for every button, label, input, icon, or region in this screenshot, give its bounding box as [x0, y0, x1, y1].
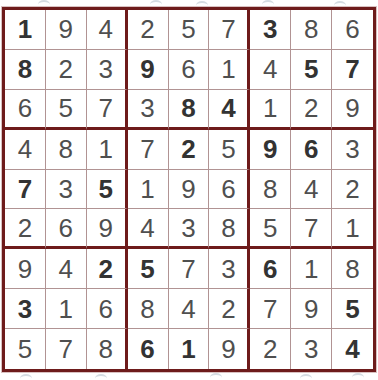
- doodle-mark: [20, 374, 32, 380]
- doodle-mark: [352, 373, 364, 380]
- cell-r6c1[interactable]: 2: [5, 209, 46, 249]
- cell-r9c1[interactable]: 5: [5, 329, 46, 369]
- cell-r6c5[interactable]: 3: [169, 209, 210, 249]
- cell-r4c8[interactable]: 6: [291, 130, 332, 170]
- cell-r7c1[interactable]: 9: [5, 249, 46, 289]
- cell-r8c6[interactable]: 2: [209, 289, 250, 329]
- cell-r9c3[interactable]: 8: [87, 329, 128, 369]
- cell-r8c7[interactable]: 7: [250, 289, 291, 329]
- cell-r4c3[interactable]: 1: [87, 130, 128, 170]
- doodle-mark: [210, 373, 222, 380]
- cell-r1c2[interactable]: 9: [46, 10, 87, 50]
- doodle-mark: [95, 374, 107, 380]
- cell-r2c2[interactable]: 2: [46, 50, 87, 90]
- cell-r3c3[interactable]: 7: [87, 90, 128, 130]
- cell-r3c8[interactable]: 2: [291, 90, 332, 130]
- cell-r5c8[interactable]: 4: [291, 170, 332, 210]
- cell-r5c4[interactable]: 1: [128, 170, 169, 210]
- cell-r4c2[interactable]: 8: [46, 130, 87, 170]
- cell-r7c7[interactable]: 6: [250, 249, 291, 289]
- cell-r1c5[interactable]: 5: [169, 10, 210, 50]
- cell-r1c4[interactable]: 2: [128, 10, 169, 50]
- doodle-mark: [300, 374, 312, 380]
- cell-r8c8[interactable]: 9: [291, 289, 332, 329]
- cell-r4c4[interactable]: 7: [128, 130, 169, 170]
- cell-r5c7[interactable]: 8: [250, 170, 291, 210]
- cell-r6c9[interactable]: 1: [332, 209, 373, 249]
- cell-r6c2[interactable]: 6: [46, 209, 87, 249]
- cell-r4c9[interactable]: 3: [332, 130, 373, 170]
- cell-r3c7[interactable]: 1: [250, 90, 291, 130]
- cell-r1c3[interactable]: 4: [87, 10, 128, 50]
- cell-r1c8[interactable]: 8: [291, 10, 332, 50]
- cell-r8c9[interactable]: 5: [332, 289, 373, 329]
- cell-r9c4[interactable]: 6: [128, 329, 169, 369]
- cell-r6c3[interactable]: 9: [87, 209, 128, 249]
- cell-r2c7[interactable]: 4: [250, 50, 291, 90]
- cell-r6c7[interactable]: 5: [250, 209, 291, 249]
- cell-r4c5[interactable]: 2: [169, 130, 210, 170]
- cell-r3c5[interactable]: 8: [169, 90, 210, 130]
- cell-r9c5[interactable]: 1: [169, 329, 210, 369]
- cell-r1c1[interactable]: 1: [5, 10, 46, 50]
- cell-r4c6[interactable]: 5: [209, 130, 250, 170]
- cell-r5c6[interactable]: 6: [209, 170, 250, 210]
- cell-r7c8[interactable]: 1: [291, 249, 332, 289]
- cell-r5c9[interactable]: 2: [332, 170, 373, 210]
- cell-r5c1[interactable]: 7: [5, 170, 46, 210]
- cell-r7c9[interactable]: 8: [332, 249, 373, 289]
- cell-r8c2[interactable]: 1: [46, 289, 87, 329]
- cell-r3c4[interactable]: 3: [128, 90, 169, 130]
- cell-r5c3[interactable]: 5: [87, 170, 128, 210]
- cell-r8c4[interactable]: 8: [128, 289, 169, 329]
- cell-r4c7[interactable]: 9: [250, 130, 291, 170]
- cell-r3c2[interactable]: 5: [46, 90, 87, 130]
- cell-r9c8[interactable]: 3: [291, 329, 332, 369]
- cell-r9c6[interactable]: 9: [209, 329, 250, 369]
- cell-r5c2[interactable]: 3: [46, 170, 87, 210]
- cell-r3c6[interactable]: 4: [209, 90, 250, 130]
- cell-r3c9[interactable]: 9: [332, 90, 373, 130]
- cell-r1c9[interactable]: 6: [332, 10, 373, 50]
- cell-r9c2[interactable]: 7: [46, 329, 87, 369]
- cell-r7c5[interactable]: 7: [169, 249, 210, 289]
- cell-r8c3[interactable]: 6: [87, 289, 128, 329]
- cell-r5c5[interactable]: 9: [169, 170, 210, 210]
- cell-r7c2[interactable]: 4: [46, 249, 87, 289]
- cell-r7c4[interactable]: 5: [128, 249, 169, 289]
- cell-r7c3[interactable]: 2: [87, 249, 128, 289]
- cell-r2c5[interactable]: 6: [169, 50, 210, 90]
- cell-r6c8[interactable]: 7: [291, 209, 332, 249]
- cell-r2c6[interactable]: 1: [209, 50, 250, 90]
- cell-r6c4[interactable]: 4: [128, 209, 169, 249]
- cell-r2c4[interactable]: 9: [128, 50, 169, 90]
- cell-r2c1[interactable]: 8: [5, 50, 46, 90]
- cell-r8c5[interactable]: 4: [169, 289, 210, 329]
- cell-r1c7[interactable]: 3: [250, 10, 291, 50]
- sudoku-board: 1942573868239614576573841294817259637351…: [2, 7, 376, 372]
- cell-r7c6[interactable]: 3: [209, 249, 250, 289]
- cell-r9c9[interactable]: 4: [332, 329, 373, 369]
- cell-r9c7[interactable]: 2: [250, 329, 291, 369]
- cell-r2c9[interactable]: 7: [332, 50, 373, 90]
- cell-r2c3[interactable]: 3: [87, 50, 128, 90]
- cell-r8c1[interactable]: 3: [5, 289, 46, 329]
- cell-r1c6[interactable]: 7: [209, 10, 250, 50]
- cell-r6c6[interactable]: 8: [209, 209, 250, 249]
- cell-r2c8[interactable]: 5: [291, 50, 332, 90]
- cell-r4c1[interactable]: 4: [5, 130, 46, 170]
- cell-r3c1[interactable]: 6: [5, 90, 46, 130]
